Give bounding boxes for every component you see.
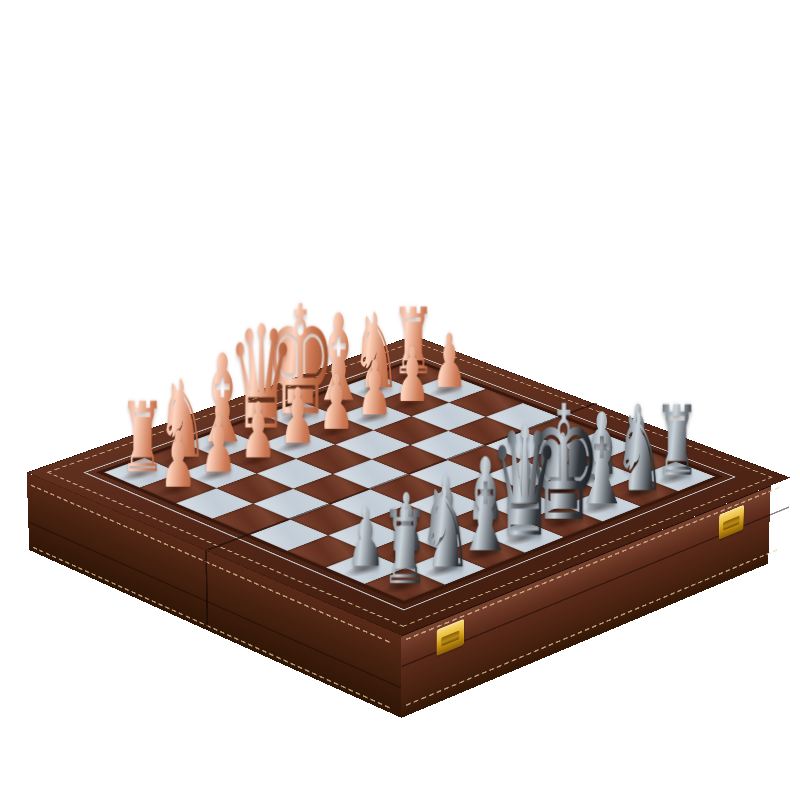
piece-white-pawn-a2: ♟	[129, 421, 228, 499]
product-photo-scene: ♜♞♝♛♚♝♞♜♟♟♟♟♟♟♟♟♟♟♟♟♟♟♟♟♜♞♝♛♚♝♞♜	[0, 0, 800, 800]
piece-black-rook-a8: ♜	[353, 498, 456, 599]
